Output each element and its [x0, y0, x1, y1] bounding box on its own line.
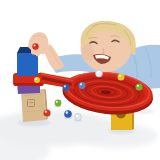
marble-floor-green — [55, 100, 62, 108]
marble-launcher-yellow — [34, 77, 40, 83]
red-launcher-shade — [14, 83, 43, 86]
photo-canvas — [0, 0, 160, 160]
marble-entrance-lightblue — [79, 82, 86, 89]
marble-rim-blue — [63, 84, 70, 91]
marble-floor-pearl — [75, 114, 82, 122]
marble-floor-red — [43, 109, 50, 117]
scene-illustration — [0, 0, 160, 160]
marble-held-red — [32, 43, 38, 49]
marble-rim-green — [136, 84, 143, 91]
marble-rim-white — [96, 70, 103, 77]
wood-block — [21, 89, 46, 122]
blue-block — [17, 53, 38, 76]
marble-floor-blue — [64, 110, 72, 119]
marble-rim-yellow — [118, 74, 125, 81]
